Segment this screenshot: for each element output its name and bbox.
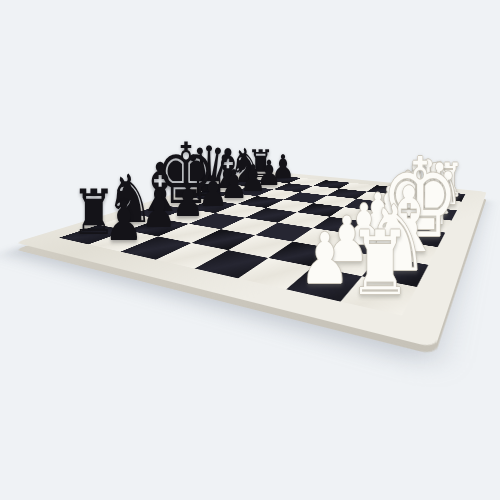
chess-board: [15, 170, 487, 348]
product-photo-scene: ♜♞♝♛♚♝♞♜♟♟♟♟♟♟♟♟♟♟♟♟♟♟♟♟♜♞♝♛♚♝♞♜: [0, 0, 500, 500]
